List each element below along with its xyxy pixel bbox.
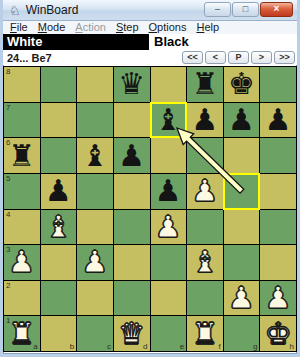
- square-e4[interactable]: ♟: [151, 210, 187, 245]
- square-g1[interactable]: g: [224, 316, 260, 351]
- white-pawn[interactable]: ♟: [191, 176, 218, 206]
- rank-label: 7: [6, 103, 10, 112]
- square-h1[interactable]: h♚: [260, 316, 296, 351]
- winboard-window: ♘ WinBoard – □ × FileModeActionStepOptio…: [0, 0, 300, 357]
- square-c7[interactable]: [77, 103, 113, 138]
- white-pawn[interactable]: ♟: [155, 212, 182, 242]
- square-g7[interactable]: ♟: [224, 103, 260, 138]
- chess-board: 8♛♜♚7♝♟♟♟6♜♝♟5♟♟♟4♝♟3♟♟♝2♟♟1a♜bcd♛ef♜gh♚: [3, 66, 297, 352]
- nav-forward-one-button[interactable]: >: [251, 51, 272, 64]
- square-c2[interactable]: [77, 281, 113, 316]
- black-rook[interactable]: ♜: [8, 141, 35, 171]
- file-label: g: [253, 342, 257, 351]
- square-f8[interactable]: ♜: [187, 67, 223, 102]
- file-label: f: [219, 342, 221, 351]
- square-e7[interactable]: ♝: [151, 103, 187, 138]
- black-pawn[interactable]: ♟: [45, 176, 72, 206]
- black-pawn[interactable]: ♟: [265, 105, 292, 135]
- square-b2[interactable]: [41, 281, 77, 316]
- black-bishop[interactable]: ♝: [82, 141, 109, 171]
- square-f3[interactable]: ♝: [187, 245, 223, 280]
- square-d8[interactable]: ♛: [114, 67, 150, 102]
- square-c5[interactable]: [77, 174, 113, 209]
- square-b1[interactable]: b: [41, 316, 77, 351]
- square-h4[interactable]: [260, 210, 296, 245]
- square-d5[interactable]: [114, 174, 150, 209]
- square-c6[interactable]: ♝: [77, 138, 113, 173]
- minimize-button[interactable]: –: [204, 2, 231, 17]
- white-rook[interactable]: ♜: [191, 319, 218, 349]
- nav-pause-button[interactable]: P: [228, 51, 249, 64]
- square-h5[interactable]: [260, 174, 296, 209]
- rank-label: 4: [6, 210, 10, 219]
- square-a7[interactable]: 7: [4, 103, 40, 138]
- square-h6[interactable]: [260, 138, 296, 173]
- rank-label: 6: [6, 138, 10, 147]
- file-label: d: [143, 342, 147, 351]
- square-g6[interactable]: [224, 138, 260, 173]
- square-f5[interactable]: ♟: [187, 174, 223, 209]
- file-label: c: [107, 342, 111, 351]
- square-c3[interactable]: ♟: [77, 245, 113, 280]
- square-d4[interactable]: [114, 210, 150, 245]
- white-bishop[interactable]: ♝: [45, 212, 72, 242]
- rank-label: 2: [6, 281, 10, 290]
- black-pawn[interactable]: ♟: [118, 141, 145, 171]
- black-pawn[interactable]: ♟: [155, 176, 182, 206]
- square-e2[interactable]: [151, 281, 187, 316]
- white-king[interactable]: ♚: [265, 319, 292, 349]
- white-rook[interactable]: ♜: [8, 319, 35, 349]
- square-b4[interactable]: ♝: [41, 210, 77, 245]
- menu-help[interactable]: Help: [191, 21, 224, 34]
- square-a1[interactable]: 1a♜: [4, 316, 40, 351]
- maximize-button[interactable]: □: [232, 2, 259, 17]
- square-d1[interactable]: d♛: [114, 316, 150, 351]
- square-b7[interactable]: [41, 103, 77, 138]
- rank-label: 3: [6, 245, 10, 254]
- square-h3[interactable]: [260, 245, 296, 280]
- window-title: WinBoard: [26, 3, 79, 17]
- square-c1[interactable]: c: [77, 316, 113, 351]
- square-e3[interactable]: [151, 245, 187, 280]
- square-a2[interactable]: 2: [4, 281, 40, 316]
- menu-step[interactable]: Step: [111, 21, 144, 34]
- square-g8[interactable]: ♚: [224, 67, 260, 102]
- square-e1[interactable]: e: [151, 316, 187, 351]
- white-pawn[interactable]: ♟: [82, 247, 109, 277]
- title-bar[interactable]: ♘ WinBoard – □ ×: [3, 0, 297, 21]
- square-f7[interactable]: ♟: [187, 103, 223, 138]
- nav-back-to-start-button[interactable]: <<: [182, 51, 203, 64]
- black-pawn[interactable]: ♟: [228, 105, 255, 135]
- file-label: a: [33, 342, 37, 351]
- white-pawn[interactable]: ♟: [265, 283, 292, 313]
- square-h8[interactable]: [260, 67, 296, 102]
- last-move-indicator: 24... Be7: [3, 52, 52, 64]
- square-h2[interactable]: ♟: [260, 281, 296, 316]
- square-d6[interactable]: ♟: [114, 138, 150, 173]
- menu-bar: FileModeActionStepOptionsHelp: [3, 21, 297, 34]
- close-button[interactable]: ×: [260, 2, 293, 17]
- square-f4[interactable]: [187, 210, 223, 245]
- file-label: h: [290, 342, 294, 351]
- black-queen[interactable]: ♛: [118, 69, 145, 99]
- square-g5[interactable]: [224, 174, 260, 209]
- white-pawn[interactable]: ♟: [8, 247, 35, 277]
- white-queen[interactable]: ♛: [118, 319, 145, 349]
- board-area: 8♛♜♚7♝♟♟♟6♜♝♟5♟♟♟4♝♟3♟♟♝2♟♟1a♜bcd♛ef♜gh♚: [3, 66, 297, 352]
- square-a3[interactable]: 3♟: [4, 245, 40, 280]
- rank-label: 8: [6, 67, 10, 76]
- nav-back-one-button[interactable]: <: [205, 51, 226, 64]
- square-c8[interactable]: [77, 67, 113, 102]
- square-d3[interactable]: [114, 245, 150, 280]
- square-d2[interactable]: [114, 281, 150, 316]
- move-row: 24... Be7 <<<P>>>: [3, 50, 297, 65]
- file-label: b: [70, 342, 74, 351]
- square-d7[interactable]: [114, 103, 150, 138]
- white-pawn[interactable]: ♟: [228, 283, 255, 313]
- square-a8[interactable]: 8: [4, 67, 40, 102]
- menu-options[interactable]: Options: [144, 21, 192, 34]
- nav-forward-to-end-button[interactable]: >>: [274, 51, 295, 64]
- white-bishop[interactable]: ♝: [191, 247, 218, 277]
- square-f1[interactable]: f♜: [187, 316, 223, 351]
- square-f6[interactable]: [187, 138, 223, 173]
- square-f2[interactable]: [187, 281, 223, 316]
- black-rook[interactable]: ♜: [191, 69, 218, 99]
- square-g3[interactable]: [224, 245, 260, 280]
- square-h7[interactable]: ♟: [260, 103, 296, 138]
- menu-file[interactable]: File: [5, 21, 33, 34]
- square-g4[interactable]: [224, 210, 260, 245]
- white-player-label: White: [3, 34, 149, 50]
- menu-action: Action: [70, 21, 111, 34]
- winboard-knight-icon: ♘: [9, 4, 21, 17]
- square-a6[interactable]: 6♜: [4, 138, 40, 173]
- rank-label: 5: [6, 174, 10, 183]
- rank-label: 1: [6, 316, 10, 325]
- black-player-label: Black: [154, 34, 189, 50]
- menu-mode[interactable]: Mode: [33, 21, 71, 34]
- square-b6[interactable]: [41, 138, 77, 173]
- black-bishop[interactable]: ♝: [155, 105, 182, 135]
- square-a5[interactable]: 5: [4, 174, 40, 209]
- square-b3[interactable]: [41, 245, 77, 280]
- square-a4[interactable]: 4: [4, 210, 40, 245]
- player-name-bar: White Black: [3, 34, 297, 50]
- square-e8[interactable]: [151, 67, 187, 102]
- black-king[interactable]: ♚: [228, 69, 255, 99]
- square-g2[interactable]: ♟: [224, 281, 260, 316]
- square-b5[interactable]: ♟: [41, 174, 77, 209]
- file-label: e: [180, 342, 184, 351]
- square-c4[interactable]: [77, 210, 113, 245]
- square-e5[interactable]: ♟: [151, 174, 187, 209]
- square-e6[interactable]: [151, 138, 187, 173]
- black-pawn[interactable]: ♟: [191, 105, 218, 135]
- square-b8[interactable]: [41, 67, 77, 102]
